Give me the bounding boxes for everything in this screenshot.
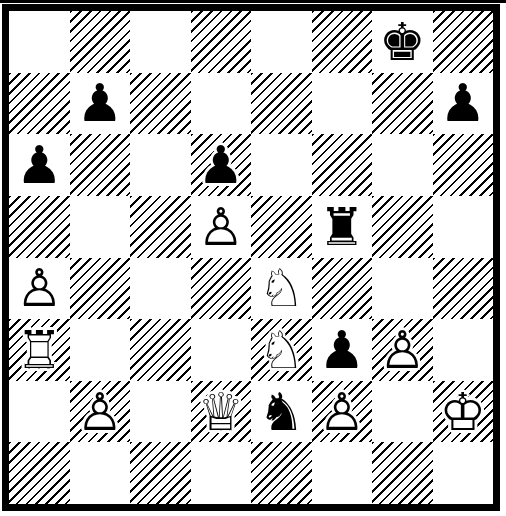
square-b5[interactable]: [70, 196, 131, 258]
square-f4[interactable]: [312, 258, 373, 320]
black-piece-glyph: ♟: [70, 73, 131, 135]
white-pawn-icon[interactable]: ♟♙: [191, 196, 252, 258]
square-e4[interactable]: ♞♘: [251, 258, 312, 320]
square-a3[interactable]: ♜♖: [9, 319, 70, 381]
square-b1[interactable]: [70, 442, 131, 504]
square-e6[interactable]: [251, 134, 312, 196]
white-piece-outline: ♙: [312, 381, 373, 443]
square-a6[interactable]: ♟: [9, 134, 70, 196]
square-f3[interactable]: ♟: [312, 319, 373, 381]
square-h1[interactable]: [433, 442, 494, 504]
square-h2[interactable]: ♚♔: [433, 381, 494, 443]
white-piece-outline: ♙: [70, 381, 131, 443]
square-c8[interactable]: [130, 11, 191, 73]
white-piece-outline: ♙: [9, 258, 70, 320]
white-piece-outline: ♔: [433, 381, 494, 443]
square-c2[interactable]: [130, 381, 191, 443]
square-c5[interactable]: [130, 196, 191, 258]
chess-board: ♚♟♟♟♟♟♙♜♟♙♞♘♜♖♞♘♟♟♙♟♙♛♕♞♟♙♚♔: [9, 11, 493, 504]
square-g7[interactable]: [372, 73, 433, 135]
square-h6[interactable]: [433, 134, 494, 196]
black-pawn-icon[interactable]: ♟: [70, 73, 131, 135]
white-piece-outline: ♘: [251, 258, 312, 320]
black-piece-glyph: ♜: [312, 196, 373, 258]
square-h5[interactable]: [433, 196, 494, 258]
square-f6[interactable]: [312, 134, 373, 196]
square-a8[interactable]: [9, 11, 70, 73]
black-piece-glyph: ♟: [433, 73, 494, 135]
square-h7[interactable]: ♟: [433, 73, 494, 135]
square-a5[interactable]: [9, 196, 70, 258]
square-d6[interactable]: ♟: [191, 134, 252, 196]
square-b8[interactable]: [70, 11, 131, 73]
square-f5[interactable]: ♜: [312, 196, 373, 258]
black-pawn-icon[interactable]: ♟: [433, 73, 494, 135]
square-c4[interactable]: [130, 258, 191, 320]
black-piece-glyph: ♞: [251, 381, 312, 443]
square-c6[interactable]: [130, 134, 191, 196]
square-b2[interactable]: ♟♙: [70, 381, 131, 443]
black-pawn-icon[interactable]: ♟: [191, 134, 252, 196]
square-b3[interactable]: [70, 319, 131, 381]
square-g5[interactable]: [372, 196, 433, 258]
white-pawn-icon[interactable]: ♟♙: [9, 258, 70, 320]
white-knight-icon[interactable]: ♞♘: [251, 319, 312, 381]
square-g6[interactable]: [372, 134, 433, 196]
square-a4[interactable]: ♟♙: [9, 258, 70, 320]
square-g4[interactable]: [372, 258, 433, 320]
square-d3[interactable]: [191, 319, 252, 381]
square-c7[interactable]: [130, 73, 191, 135]
square-e3[interactable]: ♞♘: [251, 319, 312, 381]
white-pawn-icon[interactable]: ♟♙: [312, 381, 373, 443]
square-e2[interactable]: ♞: [251, 381, 312, 443]
square-e5[interactable]: [251, 196, 312, 258]
board-frame: ♚♟♟♟♟♟♙♜♟♙♞♘♜♖♞♘♟♟♙♟♙♛♕♞♟♙♚♔: [2, 4, 500, 511]
white-pawn-icon[interactable]: ♟♙: [70, 381, 131, 443]
black-piece-glyph: ♟: [191, 134, 252, 196]
white-queen-icon[interactable]: ♛♕: [191, 381, 252, 443]
white-piece-outline: ♕: [191, 381, 252, 443]
square-g3[interactable]: ♟♙: [372, 319, 433, 381]
square-e7[interactable]: [251, 73, 312, 135]
square-f2[interactable]: ♟♙: [312, 381, 373, 443]
square-d5[interactable]: ♟♙: [191, 196, 252, 258]
black-rook-icon[interactable]: ♜: [312, 196, 373, 258]
square-a1[interactable]: [9, 442, 70, 504]
black-king-icon[interactable]: ♚: [372, 11, 433, 73]
square-c3[interactable]: [130, 319, 191, 381]
black-piece-glyph: ♚: [372, 11, 433, 73]
square-b6[interactable]: [70, 134, 131, 196]
scan-artifact-line: [0, 0, 506, 3]
square-g1[interactable]: [372, 442, 433, 504]
black-pawn-icon[interactable]: ♟: [312, 319, 373, 381]
square-e8[interactable]: [251, 11, 312, 73]
square-f1[interactable]: [312, 442, 373, 504]
white-knight-icon[interactable]: ♞♘: [251, 258, 312, 320]
white-king-icon[interactable]: ♚♔: [433, 381, 494, 443]
square-g8[interactable]: ♚: [372, 11, 433, 73]
white-pawn-icon[interactable]: ♟♙: [372, 319, 433, 381]
white-piece-outline: ♙: [372, 319, 433, 381]
square-a2[interactable]: [9, 381, 70, 443]
black-piece-glyph: ♟: [312, 319, 373, 381]
square-c1[interactable]: [130, 442, 191, 504]
white-piece-outline: ♘: [251, 319, 312, 381]
square-d1[interactable]: [191, 442, 252, 504]
white-rook-icon[interactable]: ♜♖: [9, 319, 70, 381]
square-f7[interactable]: [312, 73, 373, 135]
square-b4[interactable]: [70, 258, 131, 320]
white-piece-outline: ♖: [9, 319, 70, 381]
square-g2[interactable]: [372, 381, 433, 443]
square-a7[interactable]: [9, 73, 70, 135]
square-d8[interactable]: [191, 11, 252, 73]
black-pawn-icon[interactable]: ♟: [9, 134, 70, 196]
square-d2[interactable]: ♛♕: [191, 381, 252, 443]
square-h8[interactable]: [433, 11, 494, 73]
white-piece-outline: ♙: [191, 196, 252, 258]
square-d7[interactable]: [191, 73, 252, 135]
black-knight-icon[interactable]: ♞: [251, 381, 312, 443]
square-h3[interactable]: [433, 319, 494, 381]
square-d4[interactable]: [191, 258, 252, 320]
square-b7[interactable]: ♟: [70, 73, 131, 135]
square-e1[interactable]: [251, 442, 312, 504]
black-piece-glyph: ♟: [9, 134, 70, 196]
square-f8[interactable]: [312, 11, 373, 73]
square-h4[interactable]: [433, 258, 494, 320]
